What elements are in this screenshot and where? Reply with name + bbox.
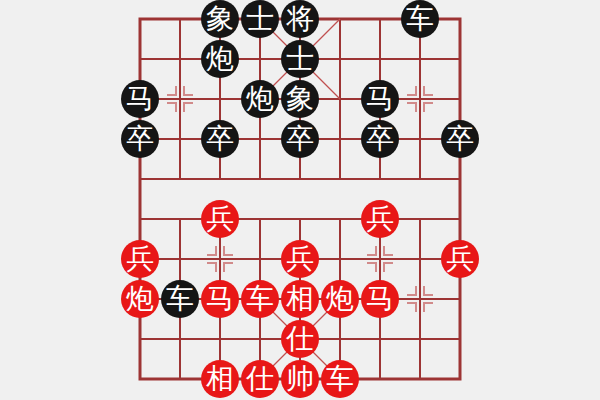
red-advisor[interactable]: 仕: [241, 360, 279, 398]
black-advisor[interactable]: 士: [281, 40, 319, 78]
red-elephant[interactable]: 相: [201, 360, 239, 398]
black-chariot[interactable]: 车: [401, 0, 439, 38]
black-soldier[interactable]: 卒: [361, 120, 399, 158]
red-soldier[interactable]: 兵: [361, 200, 399, 238]
black-soldier[interactable]: 卒: [281, 120, 319, 158]
black-elephant[interactable]: 象: [281, 80, 319, 118]
red-advisor[interactable]: 仕: [281, 320, 319, 358]
black-soldier[interactable]: 卒: [441, 120, 479, 158]
red-soldier[interactable]: 兵: [441, 240, 479, 278]
red-elephant[interactable]: 相: [281, 280, 319, 318]
red-soldier[interactable]: 兵: [121, 240, 159, 278]
black-cannon[interactable]: 炮: [241, 80, 279, 118]
red-horse[interactable]: 马: [201, 280, 239, 318]
red-cannon[interactable]: 炮: [321, 280, 359, 318]
black-elephant[interactable]: 象: [201, 0, 239, 38]
red-horse[interactable]: 马: [361, 280, 399, 318]
red-soldier[interactable]: 兵: [201, 200, 239, 238]
xiangqi-board: 象士将车炮士马炮象马卒卒卒卒卒兵兵兵兵兵炮车马车相炮马仕相仕帅车: [0, 0, 600, 400]
red-general[interactable]: 帅: [281, 360, 319, 398]
red-chariot[interactable]: 车: [241, 280, 279, 318]
black-horse[interactable]: 马: [121, 80, 159, 118]
black-horse[interactable]: 马: [361, 80, 399, 118]
black-soldier[interactable]: 卒: [201, 120, 239, 158]
red-chariot[interactable]: 车: [321, 360, 359, 398]
black-general[interactable]: 将: [281, 0, 319, 38]
black-advisor[interactable]: 士: [241, 0, 279, 38]
black-soldier[interactable]: 卒: [121, 120, 159, 158]
red-cannon[interactable]: 炮: [121, 280, 159, 318]
black-cannon[interactable]: 炮: [201, 40, 239, 78]
red-soldier[interactable]: 兵: [281, 240, 319, 278]
pieces-layer: 象士将车炮士马炮象马卒卒卒卒卒兵兵兵兵兵炮车马车相炮马仕相仕帅车: [0, 0, 600, 400]
black-chariot[interactable]: 车: [161, 280, 199, 318]
